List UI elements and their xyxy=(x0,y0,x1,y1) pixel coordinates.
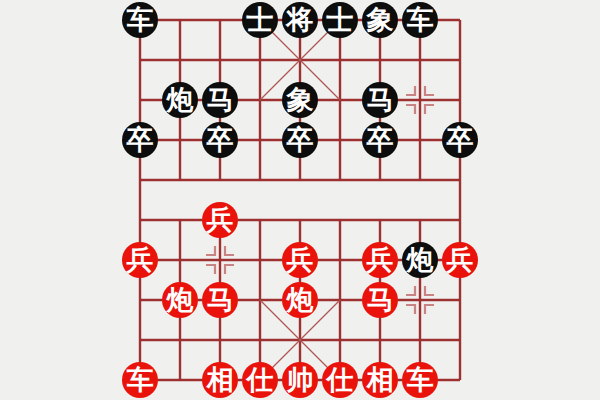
piece-red-soldier[interactable]: 兵 xyxy=(202,202,238,238)
piece-black-elephant[interactable]: 象 xyxy=(362,2,398,38)
piece-black-soldier[interactable]: 卒 xyxy=(122,122,158,158)
piece-red-general[interactable]: 帅 xyxy=(282,362,318,398)
piece-red-chariot[interactable]: 车 xyxy=(122,362,158,398)
piece-red-chariot[interactable]: 车 xyxy=(402,362,438,398)
piece-red-horse[interactable]: 马 xyxy=(202,282,238,318)
piece-black-cannon[interactable]: 炮 xyxy=(402,242,438,278)
piece-black-general[interactable]: 将 xyxy=(282,2,318,38)
piece-red-elephant[interactable]: 相 xyxy=(362,362,398,398)
piece-red-soldier[interactable]: 兵 xyxy=(282,242,318,278)
piece-black-cannon[interactable]: 炮 xyxy=(162,82,198,118)
piece-black-advisor[interactable]: 士 xyxy=(322,2,358,38)
piece-red-soldier[interactable]: 兵 xyxy=(362,242,398,278)
piece-layer: 车士将士象车炮马象马卒卒卒卒卒炮兵兵兵兵兵炮马炮马车相仕帅仕相车 xyxy=(0,0,600,400)
piece-black-elephant[interactable]: 象 xyxy=(282,82,318,118)
piece-black-chariot[interactable]: 车 xyxy=(402,2,438,38)
piece-black-chariot[interactable]: 车 xyxy=(122,2,158,38)
piece-red-elephant[interactable]: 相 xyxy=(202,362,238,398)
piece-black-soldier[interactable]: 卒 xyxy=(282,122,318,158)
piece-black-advisor[interactable]: 士 xyxy=(242,2,278,38)
piece-black-soldier[interactable]: 卒 xyxy=(442,122,478,158)
piece-black-soldier[interactable]: 卒 xyxy=(362,122,398,158)
piece-black-soldier[interactable]: 卒 xyxy=(202,122,238,158)
piece-red-soldier[interactable]: 兵 xyxy=(122,242,158,278)
piece-black-horse[interactable]: 马 xyxy=(202,82,238,118)
xiangqi-board-area: 车士将士象车炮马象马卒卒卒卒卒炮兵兵兵兵兵炮马炮马车相仕帅仕相车 xyxy=(0,0,600,400)
piece-red-cannon[interactable]: 炮 xyxy=(282,282,318,318)
piece-black-horse[interactable]: 马 xyxy=(362,82,398,118)
piece-red-cannon[interactable]: 炮 xyxy=(162,282,198,318)
piece-red-horse[interactable]: 马 xyxy=(362,282,398,318)
piece-red-advisor[interactable]: 仕 xyxy=(322,362,358,398)
piece-red-advisor[interactable]: 仕 xyxy=(242,362,278,398)
piece-red-soldier[interactable]: 兵 xyxy=(442,242,478,278)
